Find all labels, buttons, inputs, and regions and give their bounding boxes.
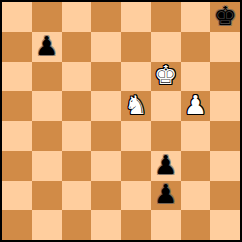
square-d4[interactable] (91, 121, 121, 151)
square-a8[interactable] (2, 2, 32, 32)
square-c4[interactable] (62, 121, 92, 151)
square-f2[interactable]: ♟ (151, 181, 181, 211)
piece-white-king[interactable]: ♚ (154, 62, 177, 88)
square-a3[interactable] (2, 151, 32, 181)
square-d6[interactable] (91, 62, 121, 92)
square-c1[interactable] (62, 210, 92, 240)
square-h7[interactable] (210, 32, 240, 62)
piece-black-pawn[interactable]: ♟ (154, 181, 177, 207)
square-e2[interactable] (121, 181, 151, 211)
chess-board: ♚♟♚♞♟♟♟ (0, 0, 242, 242)
square-f5[interactable] (151, 91, 181, 121)
square-h3[interactable] (210, 151, 240, 181)
square-a1[interactable] (2, 210, 32, 240)
square-b7[interactable]: ♟ (32, 32, 62, 62)
square-c5[interactable] (62, 91, 92, 121)
square-f1[interactable] (151, 210, 181, 240)
square-f3[interactable]: ♟ (151, 151, 181, 181)
square-b6[interactable] (32, 62, 62, 92)
square-g1[interactable] (181, 210, 211, 240)
square-h8[interactable]: ♚ (210, 2, 240, 32)
square-g2[interactable] (181, 181, 211, 211)
square-g4[interactable] (181, 121, 211, 151)
square-h4[interactable] (210, 121, 240, 151)
square-g7[interactable] (181, 32, 211, 62)
square-a5[interactable] (2, 91, 32, 121)
square-c6[interactable] (62, 62, 92, 92)
square-e6[interactable] (121, 62, 151, 92)
square-a7[interactable] (2, 32, 32, 62)
square-g8[interactable] (181, 2, 211, 32)
square-f7[interactable] (151, 32, 181, 62)
square-c2[interactable] (62, 181, 92, 211)
square-d5[interactable] (91, 91, 121, 121)
square-f6[interactable]: ♚ (151, 62, 181, 92)
square-f4[interactable] (151, 121, 181, 151)
square-e5[interactable]: ♞ (121, 91, 151, 121)
square-g5[interactable]: ♟ (181, 91, 211, 121)
square-h6[interactable] (210, 62, 240, 92)
square-b1[interactable] (32, 210, 62, 240)
square-d2[interactable] (91, 181, 121, 211)
piece-white-pawn[interactable]: ♟ (184, 92, 207, 118)
square-c7[interactable] (62, 32, 92, 62)
square-e1[interactable] (121, 210, 151, 240)
square-e3[interactable] (121, 151, 151, 181)
piece-white-knight[interactable]: ♞ (124, 92, 147, 118)
square-f8[interactable] (151, 2, 181, 32)
square-g3[interactable] (181, 151, 211, 181)
square-d3[interactable] (91, 151, 121, 181)
piece-black-king[interactable]: ♚ (213, 3, 236, 29)
square-c3[interactable] (62, 151, 92, 181)
square-e7[interactable] (121, 32, 151, 62)
square-e4[interactable] (121, 121, 151, 151)
square-e8[interactable] (121, 2, 151, 32)
piece-black-pawn[interactable]: ♟ (154, 152, 177, 178)
square-h5[interactable] (210, 91, 240, 121)
square-b5[interactable] (32, 91, 62, 121)
square-d8[interactable] (91, 2, 121, 32)
square-a4[interactable] (2, 121, 32, 151)
square-d1[interactable] (91, 210, 121, 240)
square-b2[interactable] (32, 181, 62, 211)
square-a6[interactable] (2, 62, 32, 92)
square-a2[interactable] (2, 181, 32, 211)
square-g6[interactable] (181, 62, 211, 92)
square-b8[interactable] (32, 2, 62, 32)
square-b3[interactable] (32, 151, 62, 181)
square-h1[interactable] (210, 210, 240, 240)
square-h2[interactable] (210, 181, 240, 211)
square-d7[interactable] (91, 32, 121, 62)
piece-black-pawn[interactable]: ♟ (35, 33, 58, 59)
square-b4[interactable] (32, 121, 62, 151)
square-c8[interactable] (62, 2, 92, 32)
